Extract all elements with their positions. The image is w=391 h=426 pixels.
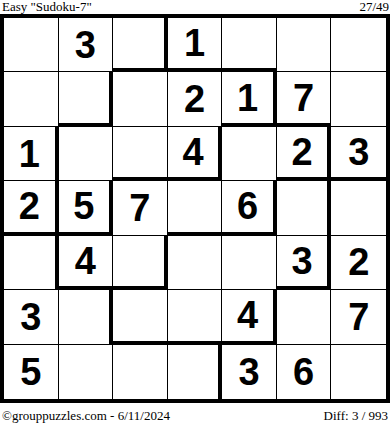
cell-r4c6[interactable] [277,181,332,235]
cell-r6c3[interactable] [113,290,168,344]
cell-r6c1[interactable]: 3 [4,290,59,344]
cell-r2c6[interactable]: 7 [277,72,332,126]
cell-r5c1[interactable] [4,236,59,290]
cell-r5c7[interactable]: 2 [331,236,386,290]
cell-r4c1[interactable]: 2 [4,181,59,235]
cell-r5c5[interactable] [222,236,277,290]
sudoku-board: 3121714232576432347536 [0,14,390,403]
cell-r5c6[interactable]: 3 [277,236,332,290]
cell-r7c1[interactable]: 5 [4,345,59,399]
cell-r1c1[interactable] [4,18,59,72]
cell-r3c3[interactable] [113,127,168,181]
cell-r6c7[interactable]: 7 [331,290,386,344]
cell-r2c3[interactable] [113,72,168,126]
cell-r1c2[interactable]: 3 [59,18,114,72]
cell-r4c2[interactable]: 5 [59,181,114,235]
cell-r1c5[interactable] [222,18,277,72]
cell-r5c3[interactable] [113,236,168,290]
cell-r3c6[interactable]: 2 [277,127,332,181]
cell-r6c6[interactable] [277,290,332,344]
cell-r4c4[interactable] [168,181,223,235]
footer: ©grouppuzzles.com - 6/11/2024 Diff: 3 / … [0,409,391,423]
puzzle-index: 27/49 [359,0,389,13]
cell-r2c4[interactable]: 2 [168,72,223,126]
cell-r6c4[interactable] [168,290,223,344]
cell-r7c5[interactable]: 3 [222,345,277,399]
cell-r7c7[interactable] [331,345,386,399]
cell-r7c4[interactable] [168,345,223,399]
cell-r5c2[interactable]: 4 [59,236,114,290]
cell-r3c2[interactable] [59,127,114,181]
cell-r1c7[interactable] [331,18,386,72]
cell-r5c4[interactable] [168,236,223,290]
cell-r6c5[interactable]: 4 [222,290,277,344]
header: Easy "Sudoku-7" 27/49 [0,0,391,14]
footer-copyright: ©grouppuzzles.com - 6/11/2024 [2,409,170,423]
cell-r3c1[interactable]: 1 [4,127,59,181]
puzzle-page: Easy "Sudoku-7" 27/49 312171423257643234… [0,0,391,426]
cell-r6c2[interactable] [59,290,114,344]
cell-r3c4[interactable]: 4 [168,127,223,181]
cell-r7c2[interactable] [59,345,114,399]
cell-r7c6[interactable]: 6 [277,345,332,399]
page-title: Easy "Sudoku-7" [2,0,92,13]
cell-r3c7[interactable]: 3 [331,127,386,181]
cell-r2c5[interactable]: 1 [222,72,277,126]
cell-r1c4[interactable]: 1 [168,18,223,72]
cell-r4c7[interactable] [331,181,386,235]
cell-r2c7[interactable] [331,72,386,126]
cell-r2c1[interactable] [4,72,59,126]
cell-r1c3[interactable] [113,18,168,72]
cell-r4c5[interactable]: 6 [222,181,277,235]
cell-r4c3[interactable]: 7 [113,181,168,235]
cell-r7c3[interactable] [113,345,168,399]
footer-difficulty: Diff: 3 / 993 [324,409,388,423]
cell-r2c2[interactable] [59,72,114,126]
cell-r3c5[interactable] [222,127,277,181]
cell-r1c6[interactable] [277,18,332,72]
